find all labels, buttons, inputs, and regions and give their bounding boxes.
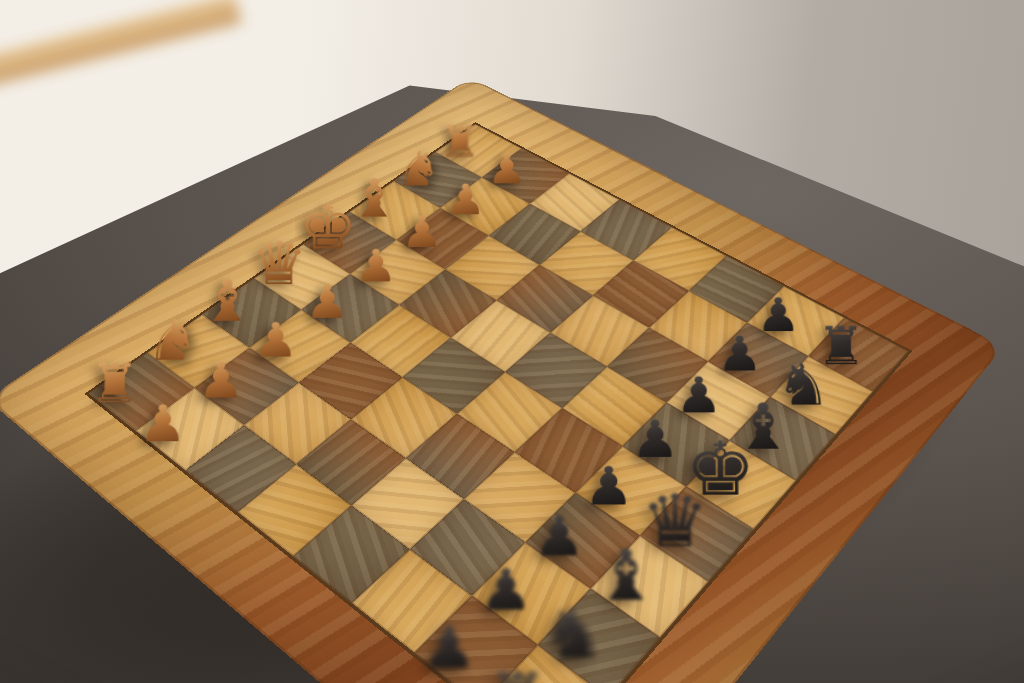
board-perspective-scene: ♜♟♟♜♞♟♟♞♝♟♟♝♚♟♟♚♛♟♟♛♝♟♟♝♞♟♟♞♜♟♟♜ xyxy=(0,0,1024,683)
chess-piece-white-pawn[interactable]: ♟ xyxy=(124,398,201,449)
chess-board: ♜♟♟♜♞♟♟♞♝♟♟♝♚♟♟♚♛♟♟♛♝♟♟♝♞♟♟♞♜♟♟♜ xyxy=(0,77,1004,683)
chess-piece-black-rook[interactable]: ♜ xyxy=(471,665,563,683)
chess-piece-black-knight[interactable]: ♞ xyxy=(529,600,618,669)
photo-scene: ♜♟♟♜♞♟♟♞♝♟♟♝♚♟♟♚♛♟♟♛♝♟♟♝♞♟♟♞♜♟♟♜ xyxy=(0,0,1024,683)
board-grid: ♜♟♟♜♞♟♟♞♝♟♟♝♚♟♟♚♛♟♟♛♝♟♟♝♞♟♟♞♜♟♟♜ xyxy=(85,122,913,683)
